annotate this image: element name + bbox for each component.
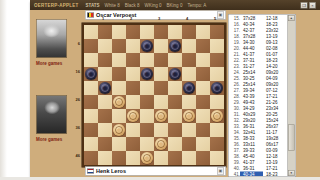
- board-square[interactable]: [154, 53, 168, 67]
- board-square[interactable]: [182, 39, 196, 53]
- move-row[interactable]: 25.30-2504-09: [229, 75, 288, 81]
- white-move[interactable]: 29x20: [240, 118, 263, 123]
- black-move[interactable]: 17-21: [263, 166, 286, 171]
- white-man[interactable]: ●: [211, 110, 223, 122]
- white-move[interactable]: 40x29: [240, 112, 263, 117]
- move-number: 15.: [229, 16, 240, 21]
- move-row[interactable]: 39.41-3713-19: [229, 159, 288, 165]
- board-square[interactable]: [84, 95, 98, 109]
- board-square[interactable]: [126, 151, 140, 165]
- white-move[interactable]: 37-31: [240, 58, 263, 63]
- stat-tempo: Tempo: A: [187, 3, 206, 8]
- move-number: 29.: [229, 100, 240, 105]
- move-row[interactable]: 34.32x4111-17: [229, 129, 288, 135]
- board-square[interactable]: [84, 109, 98, 123]
- move-number: 19.: [229, 40, 240, 45]
- board-square[interactable]: [126, 123, 140, 137]
- board-square[interactable]: [210, 137, 224, 151]
- board-square[interactable]: [154, 123, 168, 137]
- coordinate-label: 1: [102, 16, 104, 21]
- black-move[interactable]: 01-07: [263, 52, 286, 57]
- move-row[interactable]: 23.31-2714-20: [229, 63, 288, 69]
- board-square[interactable]: [84, 151, 98, 165]
- window-close-button[interactable]: ×: [309, 2, 316, 9]
- white-man[interactable]: ●: [183, 110, 195, 122]
- move-number: 26.: [229, 82, 240, 87]
- white-man[interactable]: ●: [113, 96, 125, 108]
- black-move[interactable]: 12-18: [263, 154, 286, 159]
- move-row[interactable]: 18.37x2813-19: [229, 33, 288, 39]
- stats-label: STATS: [86, 3, 100, 8]
- black-move[interactable]: 17-21: [263, 94, 286, 99]
- move-number: 40.: [229, 166, 240, 171]
- white-move[interactable]: 39-34: [240, 88, 263, 93]
- move-list: 15.37x2812-1816.40-3418-2317.42-3723x321…: [229, 15, 288, 176]
- white-move[interactable]: 44-40: [240, 46, 263, 51]
- board-square[interactable]: [98, 123, 112, 137]
- white-move[interactable]: 41-37: [240, 52, 263, 57]
- belgium-flag-icon: [87, 13, 94, 18]
- move-row[interactable]: 33.36-3126x37: [229, 123, 288, 129]
- board-square[interactable]: [140, 137, 154, 151]
- board-square[interactable]: ●: [154, 109, 168, 123]
- board-square[interactable]: [98, 53, 112, 67]
- board-frame: ●●●●●●●●●●●●●●●●: [82, 23, 226, 167]
- move-number: 25.: [229, 76, 240, 81]
- board-square[interactable]: [98, 25, 112, 39]
- board-square[interactable]: ●: [182, 109, 196, 123]
- white-move[interactable]: 43-39: [240, 94, 263, 99]
- board-square[interactable]: [112, 39, 126, 53]
- black-move[interactable]: 06x17: [263, 142, 286, 147]
- board-square[interactable]: [112, 109, 126, 123]
- scrollbar-thumb[interactable]: [288, 124, 295, 150]
- stat-black-count: Black 8: [125, 3, 140, 8]
- move-number: 41.: [229, 172, 240, 177]
- black-move[interactable]: 12-18: [263, 16, 286, 21]
- white-man[interactable]: ●: [141, 152, 153, 164]
- board-square[interactable]: [140, 53, 154, 67]
- player-bar-black: Oscar Verpoest ▣: [85, 11, 226, 20]
- page-margin-bottom: [0, 177, 320, 180]
- move-number: 23.: [229, 64, 240, 69]
- board-square[interactable]: ●: [112, 123, 126, 137]
- black-move[interactable]: 03-09: [263, 148, 286, 153]
- board-square[interactable]: [84, 137, 98, 151]
- board-square[interactable]: [196, 25, 210, 39]
- board-square[interactable]: [210, 95, 224, 109]
- board-square[interactable]: [168, 123, 182, 137]
- netherlands-flag-icon: [87, 169, 94, 174]
- board-square[interactable]: [154, 39, 168, 53]
- board-square[interactable]: [196, 123, 210, 137]
- board-square[interactable]: ●: [84, 67, 98, 81]
- board-square[interactable]: [140, 81, 154, 95]
- white-man[interactable]: ●: [127, 110, 139, 122]
- board-square[interactable]: ●: [98, 81, 112, 95]
- move-row[interactable]: 16.40-3418-23: [229, 21, 288, 27]
- white-man[interactable]: ●: [155, 110, 167, 122]
- board-square[interactable]: [210, 39, 224, 53]
- coordinate-label: 5: [214, 16, 216, 21]
- white-man[interactable]: ●: [155, 138, 167, 150]
- board-square[interactable]: [196, 137, 210, 151]
- board-square[interactable]: [154, 95, 168, 109]
- board-square[interactable]: ●: [112, 95, 126, 109]
- player-bar-white: Henk Leros ▣: [85, 167, 226, 176]
- white-move[interactable]: 36-31: [240, 166, 263, 171]
- white-move[interactable]: 37x28: [240, 34, 263, 39]
- board-square[interactable]: [210, 123, 224, 137]
- board-square[interactable]: [154, 151, 168, 165]
- board-square[interactable]: ●: [168, 39, 182, 53]
- board-square[interactable]: [196, 95, 210, 109]
- board-square[interactable]: [168, 109, 182, 123]
- black-man[interactable]: ●: [169, 68, 181, 80]
- draughts-applet-window: OERTERP-APPLET STATS White 8 Black 8 WKi…: [30, 0, 320, 177]
- board-square[interactable]: [210, 151, 224, 165]
- move-list-panel: 15.37x2812-1816.40-3418-2317.42-3723x321…: [228, 14, 296, 177]
- board-square[interactable]: ●: [126, 109, 140, 123]
- board-square[interactable]: [196, 81, 210, 95]
- move-number: 36.: [229, 142, 240, 147]
- move-number: 21.: [229, 52, 240, 57]
- move-row[interactable]: 29.49-4321-26: [229, 99, 288, 105]
- board-square[interactable]: [98, 95, 112, 109]
- board-square[interactable]: [196, 67, 210, 81]
- board-square[interactable]: [168, 25, 182, 39]
- move-number: 24.: [229, 70, 240, 75]
- black-move[interactable]: 18-23: [263, 58, 286, 63]
- coordinate-label: 4: [186, 16, 188, 21]
- black-move[interactable]: 09-13: [263, 40, 286, 45]
- board-square[interactable]: [168, 95, 182, 109]
- board-square[interactable]: [84, 81, 98, 95]
- coordinate-label: 2: [130, 16, 132, 21]
- move-row[interactable]: 31.40x2920-25: [229, 111, 288, 117]
- board-square[interactable]: [140, 109, 154, 123]
- coordinate-label: 46: [69, 154, 80, 159]
- black-man[interactable]: ●: [183, 82, 195, 94]
- board-square[interactable]: ●: [210, 109, 224, 123]
- move-row[interactable]: 21.41-3701-07: [229, 51, 288, 57]
- white-move[interactable]: 45-40: [240, 154, 263, 159]
- board-square[interactable]: [126, 39, 140, 53]
- coordinate-label: 3: [158, 16, 160, 21]
- black-move[interactable]: 21-26: [263, 100, 286, 105]
- page: OERTERP-APPLET STATS White 8 Black 8 WKi…: [0, 0, 320, 180]
- move-list-scrollbar[interactable]: ▲ ▼: [288, 15, 296, 176]
- move-number: 28.: [229, 94, 240, 99]
- board-square[interactable]: [112, 137, 126, 151]
- board-grid: ●●●●●●●●●●●●●●●●: [84, 25, 224, 165]
- stats-bar: STATS White 8 Black 8 WKing 0 BKing 0 Te…: [86, 3, 207, 8]
- white-move[interactable]: 38-33: [240, 136, 263, 141]
- stat-black-kings: BKing 0: [167, 3, 183, 8]
- move-number: 22.: [229, 58, 240, 63]
- black-move[interactable]: 23x34: [263, 106, 286, 111]
- title-bar: OERTERP-APPLET STATS White 8 Black 8 WKi…: [30, 0, 320, 10]
- black-move[interactable]: 07-12: [263, 88, 286, 93]
- board-square[interactable]: ●: [154, 137, 168, 151]
- move-row[interactable]: 36.33x1106x17: [229, 141, 288, 147]
- move-row[interactable]: 15.37x2812-18: [229, 15, 288, 21]
- board-square[interactable]: [112, 151, 126, 165]
- black-move[interactable]: 15x24: [263, 118, 286, 123]
- board-square[interactable]: [182, 67, 196, 81]
- scroll-up-button[interactable]: ▲: [288, 15, 295, 21]
- board-square[interactable]: ●: [182, 81, 196, 95]
- black-move[interactable]: 13-19: [263, 34, 286, 39]
- board-square[interactable]: [84, 53, 98, 67]
- black-move[interactable]: 18-23: [263, 22, 286, 27]
- black-move[interactable]: 26x37: [263, 124, 286, 129]
- move-number: 38.: [229, 154, 240, 159]
- white-move[interactable]: 37x28: [240, 16, 263, 21]
- window-controls: ❐ ×: [301, 2, 317, 9]
- move-number: 27.: [229, 88, 240, 93]
- move-number: 34.: [229, 130, 240, 135]
- move-row[interactable]: 17.42-3723x32: [229, 27, 288, 33]
- stat-white-kings: WKing 0: [145, 3, 162, 8]
- board-square[interactable]: [154, 25, 168, 39]
- move-number: 20.: [229, 46, 240, 51]
- board-square[interactable]: [84, 25, 98, 39]
- player-info-icon[interactable]: ▣: [217, 12, 224, 19]
- board-square[interactable]: [182, 123, 196, 137]
- board-square[interactable]: [126, 95, 140, 109]
- white-move[interactable]: 40-34: [240, 172, 263, 177]
- black-man[interactable]: ●: [211, 82, 223, 94]
- board-square[interactable]: [182, 137, 196, 151]
- white-man[interactable]: ●: [113, 124, 125, 136]
- board-square[interactable]: [182, 25, 196, 39]
- black-move[interactable]: 19x28: [263, 136, 286, 141]
- board-square[interactable]: [98, 67, 112, 81]
- white-move[interactable]: 32x41: [240, 130, 263, 135]
- board-square[interactable]: [98, 39, 112, 53]
- board-square[interactable]: ●: [210, 81, 224, 95]
- board-square[interactable]: [112, 25, 126, 39]
- board-square[interactable]: [84, 123, 98, 137]
- move-number: 31.: [229, 112, 240, 117]
- move-number: 35.: [229, 136, 240, 141]
- board-square[interactable]: [126, 137, 140, 151]
- board-square[interactable]: [196, 151, 210, 165]
- move-number: 16.: [229, 22, 240, 27]
- board-square[interactable]: [140, 25, 154, 39]
- white-move[interactable]: 30-25: [240, 76, 263, 81]
- move-row[interactable]: 19.34-3009-13: [229, 39, 288, 45]
- move-row[interactable]: 41.40-3418-23: [229, 171, 288, 176]
- move-number: 37.: [229, 148, 240, 153]
- white-move[interactable]: 41-37: [240, 160, 263, 165]
- white-move[interactable]: 39-33: [240, 148, 263, 153]
- black-move[interactable]: 23x32: [263, 28, 286, 33]
- white-move[interactable]: 49-43: [240, 100, 263, 105]
- player-photo-bottom[interactable]: [36, 95, 67, 134]
- black-move[interactable]: 09x20: [263, 82, 286, 87]
- player-photo-top[interactable]: [36, 19, 67, 58]
- coordinate-label: 26: [69, 98, 80, 103]
- black-move[interactable]: 20-25: [263, 112, 286, 117]
- move-row[interactable]: 20.44-4002-08: [229, 45, 288, 51]
- black-move[interactable]: 11-17: [263, 130, 286, 135]
- move-row[interactable]: 37.39-3303-09: [229, 147, 288, 153]
- black-move[interactable]: 18-23: [263, 172, 286, 177]
- coordinate-label: 36: [69, 126, 80, 131]
- board-square[interactable]: [182, 53, 196, 67]
- move-number: 17.: [229, 28, 240, 33]
- white-move[interactable]: 36-31: [240, 124, 263, 129]
- stat-white-count: White 8: [105, 3, 120, 8]
- board-square[interactable]: [126, 81, 140, 95]
- move-number: 30.: [229, 106, 240, 111]
- board-square[interactable]: [126, 25, 140, 39]
- move-row[interactable]: 28.43-3917-21: [229, 93, 288, 99]
- board-square[interactable]: [112, 67, 126, 81]
- coordinate-label: 6: [69, 42, 80, 47]
- app-title: OERTERP-APPLET: [34, 3, 79, 8]
- board-square[interactable]: ●: [140, 151, 154, 165]
- move-number: 18.: [229, 34, 240, 39]
- board-square[interactable]: ●: [168, 67, 182, 81]
- move-row[interactable]: 40.36-3117-21: [229, 165, 288, 171]
- white-move[interactable]: 33x11: [240, 142, 263, 147]
- board-square[interactable]: [168, 53, 182, 67]
- white-move[interactable]: 34-29: [240, 106, 263, 111]
- window-restore-button[interactable]: ❐: [301, 2, 308, 9]
- black-move[interactable]: 09x20: [263, 70, 286, 75]
- black-move[interactable]: 02-08: [263, 46, 286, 51]
- board-square[interactable]: [112, 53, 126, 67]
- black-man[interactable]: ●: [141, 68, 153, 80]
- board-square[interactable]: [98, 137, 112, 151]
- white-move[interactable]: 34-30: [240, 40, 263, 45]
- board-square[interactable]: [126, 53, 140, 67]
- board-square[interactable]: [84, 39, 98, 53]
- black-move[interactable]: 04-09: [263, 76, 286, 81]
- board-square[interactable]: [168, 151, 182, 165]
- move-number: 33.: [229, 124, 240, 129]
- white-move[interactable]: 40-34: [240, 22, 263, 27]
- board-square[interactable]: [168, 81, 182, 95]
- move-row[interactable]: 27.39-3407-12: [229, 87, 288, 93]
- board-square[interactable]: ●: [140, 67, 154, 81]
- board-square[interactable]: [196, 39, 210, 53]
- move-row[interactable]: 35.38-3319x28: [229, 135, 288, 141]
- white-move[interactable]: 25x14: [240, 82, 263, 87]
- move-row[interactable]: 30.34-2923x34: [229, 105, 288, 111]
- board-square[interactable]: [210, 67, 224, 81]
- board-square[interactable]: [182, 95, 196, 109]
- black-man[interactable]: ●: [85, 68, 97, 80]
- board-square[interactable]: [182, 151, 196, 165]
- more-games-link-bottom[interactable]: More games: [36, 137, 71, 142]
- board-square[interactable]: [140, 123, 154, 137]
- board-square[interactable]: [112, 81, 126, 95]
- move-row[interactable]: 32.29x2015x24: [229, 117, 288, 123]
- move-row[interactable]: 38.45-4012-18: [229, 153, 288, 159]
- coordinate-label: 16: [69, 70, 80, 75]
- board-square[interactable]: [168, 137, 182, 151]
- player-info-icon[interactable]: ▣: [217, 168, 224, 175]
- scroll-down-button[interactable]: ▼: [288, 170, 295, 176]
- page-margin: [0, 0, 30, 180]
- move-row[interactable]: 26.25x1409x20: [229, 81, 288, 87]
- black-move[interactable]: 13-19: [263, 160, 286, 165]
- board-square[interactable]: [140, 95, 154, 109]
- board-square[interactable]: [196, 109, 210, 123]
- board-square[interactable]: ●: [140, 39, 154, 53]
- move-row[interactable]: 22.37-3118-23: [229, 57, 288, 63]
- white-move[interactable]: 31-27: [240, 64, 263, 69]
- black-man[interactable]: ●: [141, 40, 153, 52]
- black-man[interactable]: ●: [99, 82, 111, 94]
- board-square[interactable]: [98, 151, 112, 165]
- board-square[interactable]: [196, 53, 210, 67]
- move-number: 32.: [229, 118, 240, 123]
- board-square[interactable]: [210, 25, 224, 39]
- more-games-link-top[interactable]: More games: [36, 61, 71, 66]
- move-row[interactable]: 24.25x1409x20: [229, 69, 288, 75]
- move-number: 39.: [229, 160, 240, 165]
- board-square[interactable]: [154, 67, 168, 81]
- board-square[interactable]: [154, 81, 168, 95]
- white-move[interactable]: 25x14: [240, 70, 263, 75]
- black-man[interactable]: ●: [169, 40, 181, 52]
- board-square[interactable]: [210, 53, 224, 67]
- white-move[interactable]: 42-37: [240, 28, 263, 33]
- black-move[interactable]: 14-20: [263, 64, 286, 69]
- board-square[interactable]: [98, 109, 112, 123]
- board-square[interactable]: [126, 67, 140, 81]
- player-name-white: Henk Leros: [96, 168, 126, 174]
